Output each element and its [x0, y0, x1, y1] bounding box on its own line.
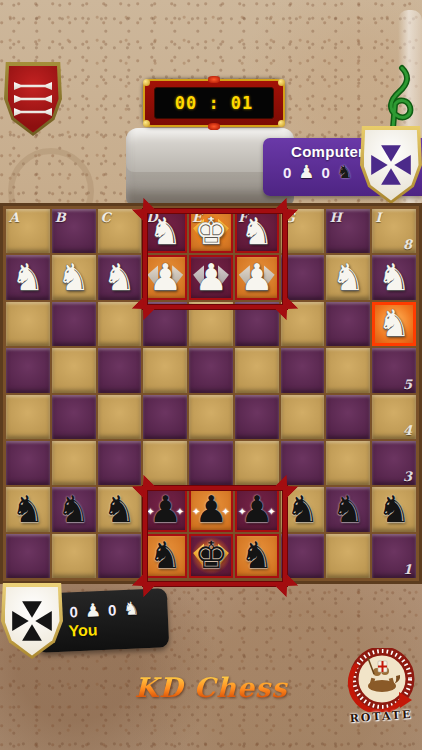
rank-label: 5 [403, 377, 412, 392]
timer-gold-corner [278, 120, 285, 127]
square-b7[interactable]: ♞ [52, 255, 96, 299]
kd-chess-screen: 00 : 01 Computer 0 ♟ 0 ♞ [0, 0, 422, 750]
file-label: F [238, 210, 247, 225]
square-c2[interactable]: ♞ [98, 487, 142, 531]
white-knight-piece[interactable]: ♞ [103, 259, 136, 296]
square-d5[interactable] [143, 348, 187, 392]
you-name-label: You [64, 618, 169, 641]
you-captured-knight-count: 0 [108, 601, 117, 618]
square-g6[interactable] [281, 302, 325, 346]
square-g4[interactable] [281, 395, 325, 439]
square-h1[interactable] [326, 534, 370, 578]
square-i3[interactable]: 3 [372, 441, 416, 485]
you-shield-crest [1, 583, 63, 659]
file-label: H [329, 210, 341, 225]
sparkle-ornament: ✦ [267, 506, 275, 517]
square-b8[interactable]: B [52, 209, 96, 253]
white-pawn-piece[interactable]: ♟ [194, 259, 227, 296]
square-e4[interactable] [189, 395, 233, 439]
square-g8[interactable]: G [281, 209, 325, 253]
knight-icon: ♞ [337, 163, 353, 181]
you-captured-pawn-count: 0 [69, 603, 78, 620]
square-a5[interactable] [6, 348, 50, 392]
black-cross-pattee-icon [10, 598, 54, 644]
square-h6[interactable] [326, 302, 370, 346]
purple-cross-pattee-icon [369, 142, 413, 188]
sparkle-ornament: ✦ [146, 506, 154, 517]
square-a3[interactable] [6, 441, 50, 485]
square-a2[interactable]: ♞ [6, 487, 50, 531]
crest-bar [14, 95, 52, 103]
square-e5[interactable] [189, 348, 233, 392]
file-label: D [146, 210, 157, 225]
square-c8[interactable]: C [98, 209, 142, 253]
square-d1[interactable]: ♞ [143, 534, 187, 578]
square-i6[interactable]: ♞ [372, 302, 416, 346]
pawn-icon: ♟ [85, 601, 102, 620]
square-i2[interactable]: ♞ [372, 487, 416, 531]
square-d4[interactable] [143, 395, 187, 439]
square-b5[interactable] [52, 348, 96, 392]
sparkle-ornament: ✦ [192, 506, 200, 517]
square-e7[interactable]: ♟ [189, 255, 233, 299]
square-a7[interactable]: ♞ [6, 255, 50, 299]
timer-gold-corner [278, 79, 285, 86]
square-f2[interactable]: ✦✦♟ [235, 487, 279, 531]
square-c4[interactable] [98, 395, 142, 439]
square-h4[interactable] [326, 395, 370, 439]
square-f4[interactable] [235, 395, 279, 439]
square-g1[interactable] [281, 534, 325, 578]
timer-ornament [208, 76, 220, 83]
black-knight-piece[interactable]: ♞ [149, 537, 182, 574]
black-king-piece[interactable]: ♚ [194, 537, 227, 574]
square-g5[interactable] [281, 348, 325, 392]
computer-shield-crest [360, 126, 422, 204]
chess-board: ABCD♞E♚F♞GHI8♞♞♞♟♟♟♞♞♞543♞♞♞✦✦♟✦✦♟✦✦♟♞♞♞… [0, 203, 422, 584]
black-knight-piece[interactable]: ♞ [286, 491, 319, 528]
square-g2[interactable]: ♞ [281, 487, 325, 531]
templar-seal-icon [344, 648, 418, 712]
file-label: I [375, 210, 381, 225]
square-f7[interactable]: ♟ [235, 255, 279, 299]
square-h5[interactable] [326, 348, 370, 392]
white-knight-piece[interactable]: ♞ [378, 305, 411, 342]
knight-icon: ♞ [123, 599, 140, 618]
file-label: E [192, 210, 202, 225]
file-label: G [284, 210, 295, 225]
board-grid: ABCD♞E♚F♞GHI8♞♞♞♟♟♟♞♞♞543♞♞♞✦✦♟✦✦♟✦✦♟♞♞♞… [6, 209, 416, 578]
square-h7[interactable]: ♞ [326, 255, 370, 299]
file-label: B [55, 210, 66, 225]
square-e1[interactable]: ♚ [189, 534, 233, 578]
rank-label: 8 [403, 237, 412, 252]
black-knight-piece[interactable]: ♞ [332, 491, 365, 528]
square-d2[interactable]: ✦✦♟ [143, 487, 187, 531]
square-i5[interactable]: 5 [372, 348, 416, 392]
square-e6[interactable] [189, 302, 233, 346]
square-c5[interactable] [98, 348, 142, 392]
square-i1[interactable]: 1 [372, 534, 416, 578]
white-pawn-piece[interactable]: ♟ [149, 259, 182, 296]
file-label: A [9, 210, 19, 225]
square-c3[interactable] [98, 441, 142, 485]
white-knight-piece[interactable]: ♞ [332, 259, 365, 296]
timer-ornament [208, 123, 220, 130]
timer-value: 00 : 01 [175, 93, 254, 113]
square-b6[interactable] [52, 302, 96, 346]
square-h3[interactable] [326, 441, 370, 485]
square-i7[interactable]: ♞ [372, 255, 416, 299]
white-knight-piece[interactable]: ♞ [11, 259, 44, 296]
rank-label: 4 [403, 423, 412, 438]
computer-captured-pawn-count: 0 [283, 164, 291, 181]
you-captured-counts: 0 ♟ 0 ♞ [63, 598, 168, 621]
square-h8[interactable]: H [326, 209, 370, 253]
square-a8[interactable]: A [6, 209, 50, 253]
square-i4[interactable]: 4 [372, 395, 416, 439]
square-g3[interactable] [281, 441, 325, 485]
square-f5[interactable] [235, 348, 279, 392]
crest-bar [14, 108, 52, 116]
square-e8[interactable]: E♚ [189, 209, 233, 253]
red-crest-shield-button[interactable] [4, 62, 62, 136]
square-b4[interactable] [52, 395, 96, 439]
square-d8[interactable]: D♞ [143, 209, 187, 253]
timer-gold-corner [143, 120, 150, 127]
square-c1[interactable] [98, 534, 142, 578]
sparkle-ornament: ✦ [176, 506, 184, 517]
black-knight-piece[interactable]: ♞ [11, 491, 44, 528]
square-a1[interactable] [6, 534, 50, 578]
square-c7[interactable]: ♞ [98, 255, 142, 299]
square-c6[interactable] [98, 302, 142, 346]
square-d7[interactable]: ♟ [143, 255, 187, 299]
square-f6[interactable] [235, 302, 279, 346]
white-knight-piece[interactable]: ♞ [57, 259, 90, 296]
rank-label: 1 [403, 562, 412, 577]
crest-bar [14, 82, 52, 90]
rank-label: 3 [403, 469, 412, 484]
square-e2[interactable]: ✦✦♟ [189, 487, 233, 531]
black-knight-piece[interactable]: ♞ [103, 491, 136, 528]
timer-gold-corner [143, 79, 150, 86]
file-label: C [101, 210, 111, 225]
white-pawn-piece[interactable]: ♟ [240, 259, 273, 296]
white-knight-piece[interactable]: ♞ [378, 259, 411, 296]
square-g7[interactable] [281, 255, 325, 299]
square-d6[interactable] [143, 302, 187, 346]
square-f1[interactable]: ♞ [235, 534, 279, 578]
black-knight-piece[interactable]: ♞ [378, 491, 411, 528]
square-b3[interactable] [52, 441, 96, 485]
sparkle-ornament: ✦ [221, 506, 229, 517]
black-knight-piece[interactable]: ♞ [57, 491, 90, 528]
square-f8[interactable]: F♞ [235, 209, 279, 253]
rotate-board-button[interactable]: ROTATE [344, 648, 418, 734]
square-a6[interactable] [6, 302, 50, 346]
black-knight-piece[interactable]: ♞ [240, 537, 273, 574]
square-a4[interactable] [6, 395, 50, 439]
pawn-icon: ♟ [298, 163, 314, 181]
square-b1[interactable] [52, 534, 96, 578]
square-b2[interactable]: ♞ [52, 487, 96, 531]
computer-captured-knight-count: 0 [321, 164, 329, 181]
square-d3[interactable] [143, 441, 187, 485]
square-e3[interactable] [189, 441, 233, 485]
square-i8[interactable]: I8 [372, 209, 416, 253]
sparkle-ornament: ✦ [238, 506, 246, 517]
square-f3[interactable] [235, 441, 279, 485]
game-timer: 00 : 01 [143, 79, 285, 127]
square-h2[interactable]: ♞ [326, 487, 370, 531]
